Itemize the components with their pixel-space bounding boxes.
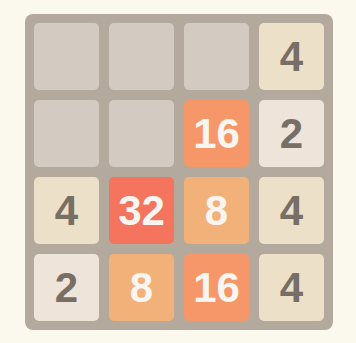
tile-4-r3c3: 4 <box>259 254 324 321</box>
tile-2-r1c3: 2 <box>259 100 324 167</box>
tile-2-r3c0: 2 <box>34 254 99 321</box>
empty-cell-r1c0 <box>34 100 99 167</box>
empty-cell-r0c1 <box>109 23 174 90</box>
tile-32-r2c1: 32 <box>109 177 174 244</box>
empty-cell-r0c2 <box>184 23 249 90</box>
empty-cell-r1c1 <box>109 100 174 167</box>
board-2048[interactable]: 41624328428164 <box>25 14 333 330</box>
empty-cell-r0c0 <box>34 23 99 90</box>
tile-4-r0c3: 4 <box>259 23 324 90</box>
game-page: 41624328428164 <box>0 0 356 343</box>
tile-4-r2c0: 4 <box>34 177 99 244</box>
tile-16-r1c2: 16 <box>184 100 249 167</box>
tile-16-r3c2: 16 <box>184 254 249 321</box>
tile-8-r3c1: 8 <box>109 254 174 321</box>
tile-4-r2c3: 4 <box>259 177 324 244</box>
tile-8-r2c2: 8 <box>184 177 249 244</box>
